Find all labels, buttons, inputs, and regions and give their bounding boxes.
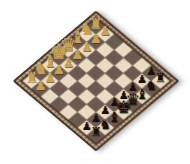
board-grid — [22, 19, 169, 143]
chess-board — [13, 10, 180, 151]
chessboard-photo: ♜♞♝♚♛♝♞♜♟♟♟♟♟♟♟♟♟♟♟♟♟♟♟♟♜♞♝♚♛♝♞♜ — [0, 0, 190, 164]
